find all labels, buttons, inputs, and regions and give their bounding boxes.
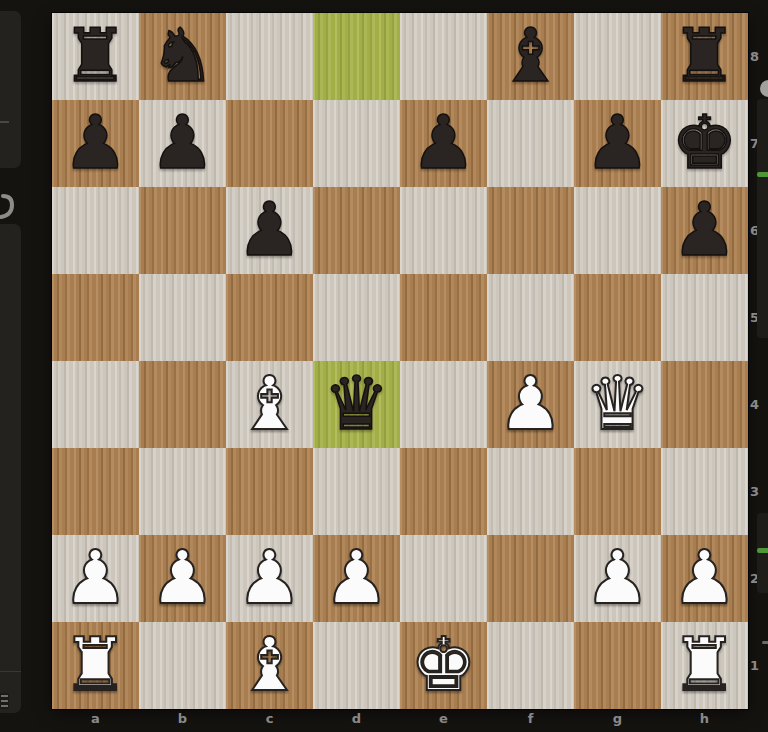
square-f8[interactable]: ♝ — [487, 13, 574, 100]
square-g2[interactable]: ♟ — [574, 535, 661, 622]
left-panel-divider-line — [0, 121, 9, 123]
file-label-c: c — [226, 711, 313, 729]
black-rook-piece[interactable]: ♜ — [62, 18, 128, 92]
square-g5[interactable] — [574, 274, 661, 361]
white-bishop-piece[interactable]: ♝ — [236, 366, 302, 440]
black-pawn-piece[interactable]: ♟ — [149, 105, 215, 179]
gray-indicator-dash — [762, 641, 768, 644]
rank-label-4: 4 — [750, 361, 766, 448]
square-h4[interactable] — [661, 361, 748, 448]
square-g7[interactable]: ♟ — [574, 100, 661, 187]
chess-board: ♜♞♝♜♟♟♟♟♚♟♟♝♛♟♛♟♟♟♟♟♟♜♝♚♜ — [52, 13, 748, 709]
square-e2[interactable] — [400, 535, 487, 622]
white-king-piece[interactable]: ♚ — [410, 627, 476, 701]
right-sidebar-panel-bottom — [757, 513, 768, 593]
square-c1[interactable]: ♝ — [226, 622, 313, 709]
square-h5[interactable] — [661, 274, 748, 361]
square-f2[interactable] — [487, 535, 574, 622]
square-b3[interactable] — [139, 448, 226, 535]
square-d5[interactable] — [313, 274, 400, 361]
white-pawn-piece[interactable]: ♟ — [497, 366, 563, 440]
left-panel-divider-line — [0, 671, 21, 672]
square-f5[interactable] — [487, 274, 574, 361]
square-e8[interactable] — [400, 13, 487, 100]
file-label-a: a — [52, 711, 139, 729]
square-f4[interactable]: ♟ — [487, 361, 574, 448]
menu-list-lines — [1, 695, 8, 707]
white-rook-piece[interactable]: ♜ — [671, 627, 737, 701]
square-a5[interactable] — [52, 274, 139, 361]
white-pawn-piece[interactable]: ♟ — [149, 540, 215, 614]
square-e3[interactable] — [400, 448, 487, 535]
square-d6[interactable] — [313, 187, 400, 274]
white-pawn-piece[interactable]: ♟ — [584, 540, 650, 614]
square-d3[interactable] — [313, 448, 400, 535]
square-c5[interactable] — [226, 274, 313, 361]
square-a1[interactable]: ♜ — [52, 622, 139, 709]
square-a3[interactable] — [52, 448, 139, 535]
white-pawn-piece[interactable]: ♟ — [323, 540, 389, 614]
square-f1[interactable] — [487, 622, 574, 709]
square-f7[interactable] — [487, 100, 574, 187]
white-pawn-piece[interactable]: ♟ — [236, 540, 302, 614]
square-c4[interactable]: ♝ — [226, 361, 313, 448]
square-d2[interactable]: ♟ — [313, 535, 400, 622]
square-h2[interactable]: ♟ — [661, 535, 748, 622]
square-h7[interactable]: ♚ — [661, 100, 748, 187]
square-b4[interactable] — [139, 361, 226, 448]
square-g3[interactable] — [574, 448, 661, 535]
black-king-piece[interactable]: ♚ — [671, 105, 737, 179]
file-label-b: b — [139, 711, 226, 729]
square-g1[interactable] — [574, 622, 661, 709]
menu-list-icon[interactable] — [0, 693, 9, 709]
square-a7[interactable]: ♟ — [52, 100, 139, 187]
curved-arrow-icon[interactable] — [0, 193, 15, 219]
white-pawn-piece[interactable]: ♟ — [62, 540, 128, 614]
black-pawn-piece[interactable]: ♟ — [62, 105, 128, 179]
square-b8[interactable]: ♞ — [139, 13, 226, 100]
square-e6[interactable] — [400, 187, 487, 274]
square-d7[interactable] — [313, 100, 400, 187]
square-f3[interactable] — [487, 448, 574, 535]
square-a2[interactable]: ♟ — [52, 535, 139, 622]
white-bishop-piece[interactable]: ♝ — [236, 627, 302, 701]
square-a8[interactable]: ♜ — [52, 13, 139, 100]
square-c2[interactable]: ♟ — [226, 535, 313, 622]
square-d8[interactable] — [313, 13, 400, 100]
square-h8[interactable]: ♜ — [661, 13, 748, 100]
square-b7[interactable]: ♟ — [139, 100, 226, 187]
square-d4[interactable]: ♛ — [313, 361, 400, 448]
square-a4[interactable] — [52, 361, 139, 448]
green-indicator-dash — [757, 548, 768, 553]
right-sidebar-panel-top — [757, 99, 768, 338]
white-queen-piece[interactable]: ♛ — [584, 366, 650, 440]
square-c3[interactable] — [226, 448, 313, 535]
chess-app-viewport: ♜♞♝♜♟♟♟♟♚♟♟♝♛♟♛♟♟♟♟♟♟♜♝♚♜ abcdefgh 87654… — [0, 0, 768, 732]
black-pawn-piece[interactable]: ♟ — [584, 105, 650, 179]
black-queen-piece[interactable]: ♛ — [323, 366, 389, 440]
square-b5[interactable] — [139, 274, 226, 361]
square-c8[interactable] — [226, 13, 313, 100]
square-h3[interactable] — [661, 448, 748, 535]
square-h1[interactable]: ♜ — [661, 622, 748, 709]
square-e1[interactable]: ♚ — [400, 622, 487, 709]
black-rook-piece[interactable]: ♜ — [671, 18, 737, 92]
square-f6[interactable] — [487, 187, 574, 274]
square-c6[interactable]: ♟ — [226, 187, 313, 274]
black-bishop-piece[interactable]: ♝ — [497, 18, 563, 92]
left-sidebar-panel-top — [0, 11, 21, 168]
black-pawn-piece[interactable]: ♟ — [236, 192, 302, 266]
square-g6[interactable] — [574, 187, 661, 274]
file-labels: abcdefgh — [52, 711, 748, 729]
file-label-f: f — [487, 711, 574, 729]
file-label-g: g — [574, 711, 661, 729]
rank-label-1: 1 — [750, 622, 766, 709]
square-c7[interactable] — [226, 100, 313, 187]
black-pawn-piece[interactable]: ♟ — [410, 105, 476, 179]
square-e4[interactable] — [400, 361, 487, 448]
white-pawn-piece[interactable]: ♟ — [671, 540, 737, 614]
file-label-e: e — [400, 711, 487, 729]
square-g4[interactable]: ♛ — [574, 361, 661, 448]
white-rook-piece[interactable]: ♜ — [62, 627, 128, 701]
square-g8[interactable] — [574, 13, 661, 100]
black-knight-piece[interactable]: ♞ — [149, 18, 215, 92]
left-sidebar-panel-bottom — [0, 224, 21, 713]
file-label-h: h — [661, 711, 748, 729]
square-e7[interactable]: ♟ — [400, 100, 487, 187]
square-b6[interactable] — [139, 187, 226, 274]
square-h6[interactable]: ♟ — [661, 187, 748, 274]
black-pawn-piece[interactable]: ♟ — [671, 192, 737, 266]
green-indicator-dash — [757, 172, 768, 177]
square-b1[interactable] — [139, 622, 226, 709]
square-e5[interactable] — [400, 274, 487, 361]
square-b2[interactable]: ♟ — [139, 535, 226, 622]
square-a6[interactable] — [52, 187, 139, 274]
file-label-d: d — [313, 711, 400, 729]
square-d1[interactable] — [313, 622, 400, 709]
